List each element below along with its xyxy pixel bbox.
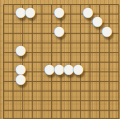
- stones-layer: ●●●●●●●●●●●●●●: [0, 0, 120, 119]
- white-stone-glyph: ●: [53, 24, 64, 37]
- white-stone[interactable]: ●: [56, 9, 66, 19]
- white-stone-glyph: ●: [25, 5, 36, 18]
- white-stone-glyph: ●: [53, 5, 64, 18]
- white-stone[interactable]: ●: [104, 29, 114, 39]
- white-stone[interactable]: ●: [75, 67, 85, 77]
- go-board[interactable]: ●●●●●●●●●●●●●●: [0, 0, 120, 119]
- white-stone-glyph: ●: [73, 62, 84, 75]
- white-stone[interactable]: ●: [18, 48, 28, 58]
- white-stone[interactable]: ●: [18, 77, 28, 87]
- white-stone-glyph: ●: [15, 43, 26, 56]
- white-stone-glyph: ●: [101, 24, 112, 37]
- white-stone[interactable]: ●: [56, 29, 66, 39]
- white-stone-glyph: ●: [15, 72, 26, 85]
- white-stone[interactable]: ●: [27, 9, 37, 19]
